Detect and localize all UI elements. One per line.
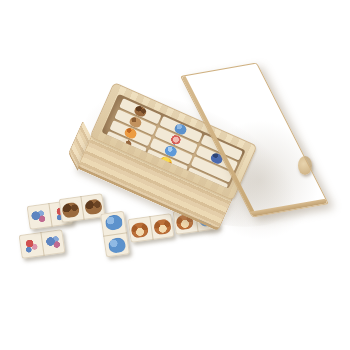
monkey-picture [130, 221, 149, 238]
domino-tile[interactable] [100, 211, 130, 258]
bird-blue-picture [29, 208, 48, 225]
domino-half-dog-brown [59, 196, 85, 223]
scene [0, 0, 350, 350]
domino-half-monkey [128, 216, 154, 243]
dog-brown-picture [84, 198, 103, 215]
bird-blue-picture [44, 234, 63, 251]
domino-half-elephant-blue [103, 233, 130, 258]
monkey-picture [153, 218, 172, 235]
domino-half-bird-blue [27, 203, 53, 230]
elephant-blue-picture [104, 214, 123, 231]
domino-tile[interactable] [19, 229, 66, 259]
domino-half-bird-blue [41, 229, 66, 256]
bird-red-picture [21, 237, 40, 254]
domino-tile[interactable] [59, 193, 106, 223]
domino-half-bird-red [19, 232, 45, 259]
dog-brown-picture [61, 201, 80, 218]
domino-tile[interactable] [128, 213, 175, 243]
domino-half-monkey [150, 213, 175, 240]
elephant-blue-picture [107, 237, 126, 254]
